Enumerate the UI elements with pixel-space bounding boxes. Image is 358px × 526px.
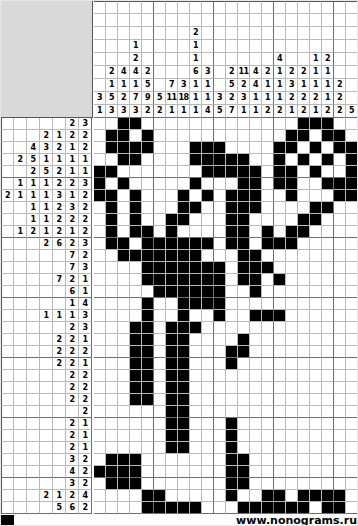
- board-cell[interactable]: [274, 214, 286, 226]
- board-cell[interactable]: [298, 130, 310, 142]
- board-cell[interactable]: [142, 250, 154, 262]
- board-cell[interactable]: [178, 286, 190, 298]
- board-cell[interactable]: [130, 394, 142, 406]
- board-cell[interactable]: [142, 310, 154, 322]
- board-cell[interactable]: [190, 298, 202, 310]
- board-cell[interactable]: [130, 370, 142, 382]
- board-cell[interactable]: [274, 466, 286, 478]
- board-cell[interactable]: [154, 418, 166, 430]
- board-cell[interactable]: [286, 190, 298, 202]
- board-cell[interactable]: [130, 382, 142, 394]
- board-cell[interactable]: [214, 118, 226, 130]
- board-cell[interactable]: [322, 178, 334, 190]
- board-cell[interactable]: [298, 214, 310, 226]
- board-cell[interactable]: [262, 466, 274, 478]
- board-cell[interactable]: [250, 250, 262, 262]
- board-cell[interactable]: [226, 358, 238, 370]
- board-cell[interactable]: [298, 166, 310, 178]
- board-cell[interactable]: [286, 334, 298, 346]
- board-cell[interactable]: [286, 394, 298, 406]
- board-cell[interactable]: [118, 166, 130, 178]
- board-cell[interactable]: [94, 226, 106, 238]
- board-cell[interactable]: [238, 286, 250, 298]
- board-cell[interactable]: [238, 430, 250, 442]
- board-cell[interactable]: [118, 178, 130, 190]
- board-cell[interactable]: [118, 118, 130, 130]
- board-cell[interactable]: [322, 298, 334, 310]
- board-cell[interactable]: [214, 262, 226, 274]
- board-cell[interactable]: [178, 154, 190, 166]
- board-cell[interactable]: [250, 130, 262, 142]
- board-cell[interactable]: [154, 262, 166, 274]
- board-cell[interactable]: [142, 442, 154, 454]
- board-cell[interactable]: [106, 130, 118, 142]
- board-cell[interactable]: [142, 406, 154, 418]
- board-cell[interactable]: [190, 166, 202, 178]
- board-cell[interactable]: [118, 382, 130, 394]
- board-cell[interactable]: [238, 478, 250, 490]
- board-cell[interactable]: [130, 502, 142, 514]
- board-cell[interactable]: [154, 478, 166, 490]
- board-cell[interactable]: [334, 214, 346, 226]
- board-cell[interactable]: [190, 322, 202, 334]
- board-cell[interactable]: [310, 166, 322, 178]
- board-cell[interactable]: [298, 322, 310, 334]
- board-cell[interactable]: [310, 286, 322, 298]
- board-cell[interactable]: [226, 394, 238, 406]
- board-cell[interactable]: [214, 466, 226, 478]
- board-cell[interactable]: [250, 238, 262, 250]
- board-cell[interactable]: [118, 370, 130, 382]
- board-cell[interactable]: [238, 166, 250, 178]
- board-cell[interactable]: [130, 166, 142, 178]
- board-cell[interactable]: [322, 466, 334, 478]
- board-cell[interactable]: [310, 478, 322, 490]
- board-cell[interactable]: [262, 502, 274, 514]
- board-cell[interactable]: [142, 298, 154, 310]
- board-cell[interactable]: [346, 286, 358, 298]
- board-cell[interactable]: [346, 190, 358, 202]
- board-cell[interactable]: [178, 214, 190, 226]
- board-cell[interactable]: [262, 250, 274, 262]
- board-cell[interactable]: [178, 334, 190, 346]
- board-cell[interactable]: [166, 466, 178, 478]
- board-cell[interactable]: [130, 442, 142, 454]
- board-cell[interactable]: [166, 286, 178, 298]
- board-cell[interactable]: [298, 430, 310, 442]
- board-cell[interactable]: [118, 406, 130, 418]
- board-cell[interactable]: [238, 214, 250, 226]
- board-cell[interactable]: [118, 250, 130, 262]
- board-cell[interactable]: [286, 502, 298, 514]
- board-cell[interactable]: [310, 142, 322, 154]
- board-cell[interactable]: [274, 202, 286, 214]
- board-cell[interactable]: [262, 262, 274, 274]
- board-cell[interactable]: [118, 358, 130, 370]
- board-cell[interactable]: [238, 418, 250, 430]
- board-cell[interactable]: [166, 166, 178, 178]
- board-cell[interactable]: [226, 322, 238, 334]
- board-cell[interactable]: [130, 142, 142, 154]
- board-cell[interactable]: [226, 382, 238, 394]
- board-cell[interactable]: [238, 322, 250, 334]
- board-cell[interactable]: [106, 310, 118, 322]
- board-cell[interactable]: [214, 334, 226, 346]
- board-cell[interactable]: [274, 430, 286, 442]
- board-cell[interactable]: [178, 274, 190, 286]
- board-cell[interactable]: [190, 442, 202, 454]
- board-cell[interactable]: [142, 430, 154, 442]
- board-cell[interactable]: [226, 442, 238, 454]
- board-cell[interactable]: [238, 370, 250, 382]
- board-cell[interactable]: [202, 166, 214, 178]
- board-cell[interactable]: [334, 238, 346, 250]
- board-cell[interactable]: [130, 226, 142, 238]
- board-cell[interactable]: [346, 490, 358, 502]
- board-cell[interactable]: [310, 274, 322, 286]
- board-cell[interactable]: [262, 130, 274, 142]
- board-cell[interactable]: [334, 322, 346, 334]
- board-cell[interactable]: [346, 178, 358, 190]
- board-cell[interactable]: [310, 298, 322, 310]
- board-cell[interactable]: [346, 322, 358, 334]
- board-cell[interactable]: [310, 226, 322, 238]
- board-cell[interactable]: [142, 154, 154, 166]
- board-cell[interactable]: [166, 490, 178, 502]
- board-cell[interactable]: [250, 286, 262, 298]
- board-cell[interactable]: [250, 142, 262, 154]
- board-cell[interactable]: [346, 394, 358, 406]
- board-cell[interactable]: [214, 274, 226, 286]
- board-cell[interactable]: [310, 430, 322, 442]
- board-cell[interactable]: [322, 478, 334, 490]
- board-cell[interactable]: [106, 226, 118, 238]
- board-cell[interactable]: [298, 274, 310, 286]
- board-cell[interactable]: [322, 502, 334, 514]
- board-cell[interactable]: [154, 358, 166, 370]
- board-cell[interactable]: [142, 334, 154, 346]
- board-cell[interactable]: [130, 358, 142, 370]
- board-cell[interactable]: [274, 442, 286, 454]
- board-cell[interactable]: [94, 190, 106, 202]
- board-cell[interactable]: [190, 454, 202, 466]
- board-cell[interactable]: [322, 142, 334, 154]
- board-cell[interactable]: [106, 502, 118, 514]
- board-cell[interactable]: [202, 214, 214, 226]
- board-cell[interactable]: [166, 190, 178, 202]
- board-cell[interactable]: [154, 502, 166, 514]
- board-cell[interactable]: [322, 406, 334, 418]
- board-cell[interactable]: [298, 406, 310, 418]
- board-cell[interactable]: [274, 370, 286, 382]
- board-cell[interactable]: [298, 394, 310, 406]
- board-cell[interactable]: [166, 142, 178, 154]
- board-cell[interactable]: [142, 370, 154, 382]
- board-cell[interactable]: [214, 478, 226, 490]
- board-cell[interactable]: [334, 382, 346, 394]
- board-cell[interactable]: [190, 262, 202, 274]
- board-cell[interactable]: [250, 214, 262, 226]
- board-cell[interactable]: [154, 382, 166, 394]
- board-cell[interactable]: [238, 466, 250, 478]
- board-cell[interactable]: [334, 406, 346, 418]
- board-cell[interactable]: [286, 454, 298, 466]
- board-cell[interactable]: [94, 250, 106, 262]
- board-cell[interactable]: [142, 262, 154, 274]
- board-cell[interactable]: [262, 478, 274, 490]
- board-cell[interactable]: [142, 274, 154, 286]
- board-cell[interactable]: [334, 310, 346, 322]
- board-cell[interactable]: [190, 202, 202, 214]
- board-cell[interactable]: [130, 214, 142, 226]
- board-cell[interactable]: [286, 214, 298, 226]
- board-cell[interactable]: [310, 310, 322, 322]
- board-cell[interactable]: [298, 490, 310, 502]
- board-cell[interactable]: [238, 178, 250, 190]
- board-cell[interactable]: [130, 298, 142, 310]
- board-cell[interactable]: [202, 466, 214, 478]
- board-cell[interactable]: [94, 466, 106, 478]
- board-cell[interactable]: [190, 394, 202, 406]
- board-cell[interactable]: [310, 418, 322, 430]
- board-cell[interactable]: [94, 382, 106, 394]
- board-cell[interactable]: [214, 178, 226, 190]
- board-cell[interactable]: [214, 250, 226, 262]
- board-cell[interactable]: [286, 466, 298, 478]
- board-cell[interactable]: [130, 238, 142, 250]
- board-cell[interactable]: [190, 370, 202, 382]
- board-cell[interactable]: [202, 154, 214, 166]
- board-cell[interactable]: [274, 346, 286, 358]
- board-cell[interactable]: [262, 154, 274, 166]
- board-cell[interactable]: [274, 262, 286, 274]
- board-cell[interactable]: [166, 382, 178, 394]
- board-cell[interactable]: [238, 358, 250, 370]
- board-cell[interactable]: [262, 166, 274, 178]
- board-cell[interactable]: [250, 502, 262, 514]
- board-cell[interactable]: [214, 430, 226, 442]
- board-cell[interactable]: [226, 298, 238, 310]
- board-cell[interactable]: [130, 430, 142, 442]
- board-cell[interactable]: [226, 478, 238, 490]
- board-cell[interactable]: [166, 154, 178, 166]
- board-cell[interactable]: [334, 262, 346, 274]
- board-cell[interactable]: [322, 322, 334, 334]
- board-cell[interactable]: [130, 178, 142, 190]
- board-cell[interactable]: [262, 238, 274, 250]
- board-cell[interactable]: [250, 430, 262, 442]
- board-cell[interactable]: [226, 250, 238, 262]
- board-cell[interactable]: [334, 166, 346, 178]
- board-cell[interactable]: [262, 490, 274, 502]
- board-cell[interactable]: [94, 154, 106, 166]
- board-cell[interactable]: [334, 286, 346, 298]
- board-cell[interactable]: [106, 394, 118, 406]
- board-cell[interactable]: [214, 358, 226, 370]
- board-cell[interactable]: [286, 346, 298, 358]
- board-cell[interactable]: [94, 298, 106, 310]
- board-cell[interactable]: [166, 202, 178, 214]
- board-cell[interactable]: [118, 286, 130, 298]
- board-cell[interactable]: [154, 442, 166, 454]
- board-cell[interactable]: [250, 406, 262, 418]
- board-cell[interactable]: [190, 430, 202, 442]
- board-cell[interactable]: [142, 394, 154, 406]
- board-cell[interactable]: [286, 298, 298, 310]
- board-cell[interactable]: [298, 226, 310, 238]
- board-cell[interactable]: [118, 430, 130, 442]
- board-cell[interactable]: [166, 178, 178, 190]
- board-cell[interactable]: [178, 190, 190, 202]
- board-cell[interactable]: [214, 214, 226, 226]
- board-cell[interactable]: [202, 202, 214, 214]
- board-cell[interactable]: [106, 214, 118, 226]
- board-cell[interactable]: [226, 190, 238, 202]
- board-cell[interactable]: [202, 226, 214, 238]
- board-cell[interactable]: [322, 382, 334, 394]
- board-cell[interactable]: [226, 406, 238, 418]
- board-cell[interactable]: [334, 394, 346, 406]
- board-cell[interactable]: [238, 334, 250, 346]
- board-cell[interactable]: [298, 118, 310, 130]
- board-cell[interactable]: [322, 346, 334, 358]
- board-cell[interactable]: [334, 250, 346, 262]
- board-cell[interactable]: [94, 202, 106, 214]
- board-cell[interactable]: [310, 250, 322, 262]
- board-cell[interactable]: [346, 130, 358, 142]
- board-cell[interactable]: [178, 346, 190, 358]
- board-cell[interactable]: [178, 466, 190, 478]
- board-cell[interactable]: [130, 406, 142, 418]
- board-cell[interactable]: [154, 226, 166, 238]
- board-cell[interactable]: [346, 430, 358, 442]
- board-cell[interactable]: [238, 190, 250, 202]
- board-cell[interactable]: [202, 490, 214, 502]
- board-cell[interactable]: [310, 358, 322, 370]
- board-cell[interactable]: [250, 118, 262, 130]
- board-cell[interactable]: [106, 322, 118, 334]
- board-cell[interactable]: [322, 274, 334, 286]
- board-cell[interactable]: [250, 226, 262, 238]
- board-cell[interactable]: [166, 130, 178, 142]
- board-cell[interactable]: [298, 286, 310, 298]
- board-cell[interactable]: [106, 406, 118, 418]
- board-cell[interactable]: [298, 346, 310, 358]
- board-cell[interactable]: [106, 166, 118, 178]
- board-cell[interactable]: [106, 142, 118, 154]
- board-cell[interactable]: [286, 418, 298, 430]
- board-cell[interactable]: [178, 406, 190, 418]
- board-cell[interactable]: [214, 130, 226, 142]
- board-cell[interactable]: [166, 322, 178, 334]
- board-cell[interactable]: [214, 190, 226, 202]
- board-cell[interactable]: [286, 250, 298, 262]
- board-cell[interactable]: [250, 334, 262, 346]
- board-cell[interactable]: [322, 490, 334, 502]
- board-cell[interactable]: [130, 334, 142, 346]
- board-cell[interactable]: [334, 346, 346, 358]
- board-cell[interactable]: [298, 382, 310, 394]
- board-cell[interactable]: [322, 238, 334, 250]
- board-cell[interactable]: [94, 430, 106, 442]
- board-cell[interactable]: [226, 334, 238, 346]
- board-cell[interactable]: [118, 262, 130, 274]
- board-cell[interactable]: [334, 430, 346, 442]
- board-cell[interactable]: [166, 250, 178, 262]
- board-cell[interactable]: [226, 226, 238, 238]
- board-cell[interactable]: [262, 142, 274, 154]
- board-cell[interactable]: [226, 370, 238, 382]
- board-cell[interactable]: [274, 190, 286, 202]
- board-cell[interactable]: [298, 178, 310, 190]
- board-cell[interactable]: [118, 334, 130, 346]
- board-cell[interactable]: [166, 334, 178, 346]
- board-cell[interactable]: [322, 262, 334, 274]
- board-cell[interactable]: [166, 502, 178, 514]
- board-cell[interactable]: [298, 310, 310, 322]
- board-cell[interactable]: [190, 286, 202, 298]
- board-cell[interactable]: [178, 442, 190, 454]
- board-cell[interactable]: [202, 130, 214, 142]
- board-cell[interactable]: [310, 118, 322, 130]
- board-cell[interactable]: [94, 118, 106, 130]
- board-cell[interactable]: [274, 358, 286, 370]
- board-cell[interactable]: [202, 274, 214, 286]
- board-cell[interactable]: [286, 382, 298, 394]
- board-cell[interactable]: [262, 118, 274, 130]
- board-cell[interactable]: [238, 130, 250, 142]
- board-cell[interactable]: [322, 334, 334, 346]
- board-cell[interactable]: [130, 154, 142, 166]
- board-cell[interactable]: [202, 178, 214, 190]
- board-cell[interactable]: [118, 310, 130, 322]
- board-cell[interactable]: [286, 370, 298, 382]
- board-cell[interactable]: [202, 286, 214, 298]
- board-cell[interactable]: [130, 322, 142, 334]
- board-cell[interactable]: [190, 154, 202, 166]
- board-cell[interactable]: [262, 358, 274, 370]
- board-cell[interactable]: [286, 130, 298, 142]
- board-cell[interactable]: [346, 334, 358, 346]
- board-cell[interactable]: [322, 130, 334, 142]
- board-cell[interactable]: [226, 346, 238, 358]
- board-cell[interactable]: [238, 382, 250, 394]
- board-cell[interactable]: [142, 214, 154, 226]
- board-cell[interactable]: [178, 130, 190, 142]
- board-cell[interactable]: [106, 334, 118, 346]
- board-cell[interactable]: [298, 250, 310, 262]
- board-cell[interactable]: [190, 346, 202, 358]
- board-cell[interactable]: [202, 442, 214, 454]
- board-cell[interactable]: [166, 454, 178, 466]
- board-cell[interactable]: [274, 286, 286, 298]
- board-cell[interactable]: [142, 466, 154, 478]
- board-cell[interactable]: [214, 298, 226, 310]
- board-cell[interactable]: [118, 226, 130, 238]
- board-cell[interactable]: [178, 430, 190, 442]
- board-cell[interactable]: [154, 274, 166, 286]
- board-cell[interactable]: [118, 274, 130, 286]
- board-cell[interactable]: [214, 322, 226, 334]
- board-cell[interactable]: [226, 454, 238, 466]
- board-cell[interactable]: [142, 238, 154, 250]
- board-cell[interactable]: [166, 310, 178, 322]
- board-cell[interactable]: [130, 346, 142, 358]
- board-cell[interactable]: [322, 250, 334, 262]
- board-cell[interactable]: [94, 478, 106, 490]
- board-cell[interactable]: [214, 226, 226, 238]
- board-cell[interactable]: [274, 238, 286, 250]
